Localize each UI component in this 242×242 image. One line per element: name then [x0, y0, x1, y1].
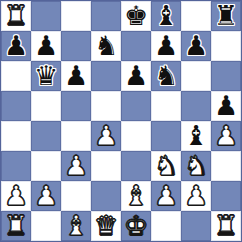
black-knight[interactable]: ♞ — [94, 31, 118, 61]
square-a4[interactable] — [1, 121, 31, 151]
square-g2[interactable]: ♟ — [181, 181, 211, 211]
black-pawn[interactable]: ♟ — [124, 61, 148, 91]
square-h1[interactable]: ♜ — [211, 211, 241, 241]
square-f2[interactable]: ♟ — [151, 181, 181, 211]
square-c5[interactable] — [61, 91, 91, 121]
square-e5[interactable] — [121, 91, 151, 121]
black-pawn[interactable]: ♟ — [214, 91, 238, 121]
square-f5[interactable] — [151, 91, 181, 121]
square-d8[interactable] — [91, 1, 121, 31]
black-rook[interactable]: ♜ — [214, 1, 238, 31]
square-d6[interactable] — [91, 61, 121, 91]
black-pawn[interactable]: ♟ — [64, 61, 88, 91]
white-knight[interactable]: ♞ — [184, 151, 208, 181]
white-bishop[interactable]: ♝ — [124, 181, 148, 211]
square-a5[interactable] — [1, 91, 31, 121]
white-rook[interactable]: ♜ — [214, 211, 238, 241]
white-pawn[interactable]: ♟ — [94, 121, 118, 151]
white-rook[interactable]: ♜ — [4, 211, 28, 241]
square-e2[interactable]: ♝ — [121, 181, 151, 211]
square-b7[interactable]: ♟ — [31, 31, 61, 61]
black-bishop[interactable]: ♝ — [154, 1, 178, 31]
square-g5[interactable] — [181, 91, 211, 121]
square-c2[interactable] — [61, 181, 91, 211]
square-h4[interactable]: ♟ — [211, 121, 241, 151]
square-e3[interactable] — [121, 151, 151, 181]
square-c6[interactable]: ♟ — [61, 61, 91, 91]
square-a6[interactable] — [1, 61, 31, 91]
square-a2[interactable]: ♟ — [1, 181, 31, 211]
square-b3[interactable] — [31, 151, 61, 181]
black-pawn[interactable]: ♟ — [4, 31, 28, 61]
square-g6[interactable] — [181, 61, 211, 91]
square-e7[interactable] — [121, 31, 151, 61]
square-h7[interactable] — [211, 31, 241, 61]
black-pawn[interactable]: ♟ — [34, 31, 58, 61]
square-f7[interactable]: ♟ — [151, 31, 181, 61]
square-a1[interactable]: ♜ — [1, 211, 31, 241]
square-c4[interactable] — [61, 121, 91, 151]
square-b4[interactable] — [31, 121, 61, 151]
square-h8[interactable]: ♜ — [211, 1, 241, 31]
black-pawn[interactable]: ♟ — [154, 31, 178, 61]
square-f3[interactable]: ♞ — [151, 151, 181, 181]
square-a7[interactable]: ♟ — [1, 31, 31, 61]
square-d7[interactable]: ♞ — [91, 31, 121, 61]
square-g3[interactable]: ♞ — [181, 151, 211, 181]
square-e6[interactable]: ♟ — [121, 61, 151, 91]
white-pawn[interactable]: ♟ — [184, 181, 208, 211]
square-d3[interactable] — [91, 151, 121, 181]
square-f1[interactable] — [151, 211, 181, 241]
chess-board: ♜♚♝♜♟♟♞♟♟♛♟♟♞♟♟♝♟♟♞♞♟♟♝♟♟♜♝♛♚♜ — [0, 0, 242, 242]
square-d1[interactable]: ♛ — [91, 211, 121, 241]
square-d2[interactable] — [91, 181, 121, 211]
black-king[interactable]: ♚ — [124, 1, 148, 31]
white-knight[interactable]: ♞ — [154, 151, 178, 181]
square-a3[interactable] — [1, 151, 31, 181]
black-pawn[interactable]: ♟ — [184, 31, 208, 61]
square-f6[interactable]: ♞ — [151, 61, 181, 91]
square-h3[interactable] — [211, 151, 241, 181]
white-pawn[interactable]: ♟ — [34, 181, 58, 211]
square-c8[interactable] — [61, 1, 91, 31]
black-knight[interactable]: ♞ — [154, 61, 178, 91]
black-queen[interactable]: ♛ — [34, 61, 58, 91]
square-c3[interactable]: ♟ — [61, 151, 91, 181]
square-h6[interactable] — [211, 61, 241, 91]
square-g1[interactable] — [181, 211, 211, 241]
square-g4[interactable]: ♝ — [181, 121, 211, 151]
white-pawn[interactable]: ♟ — [154, 181, 178, 211]
white-queen[interactable]: ♛ — [94, 211, 118, 241]
square-f4[interactable] — [151, 121, 181, 151]
square-c1[interactable]: ♝ — [61, 211, 91, 241]
square-g8[interactable] — [181, 1, 211, 31]
square-c7[interactable] — [61, 31, 91, 61]
square-e8[interactable]: ♚ — [121, 1, 151, 31]
white-pawn[interactable]: ♟ — [4, 181, 28, 211]
square-b5[interactable] — [31, 91, 61, 121]
white-pawn[interactable]: ♟ — [64, 151, 88, 181]
square-b2[interactable]: ♟ — [31, 181, 61, 211]
black-bishop[interactable]: ♝ — [184, 121, 208, 151]
white-rook[interactable]: ♜ — [4, 1, 28, 31]
square-b8[interactable] — [31, 1, 61, 31]
square-a8[interactable]: ♜ — [1, 1, 31, 31]
white-bishop[interactable]: ♝ — [64, 211, 88, 241]
square-b1[interactable] — [31, 211, 61, 241]
square-f8[interactable]: ♝ — [151, 1, 181, 31]
square-d4[interactable]: ♟ — [91, 121, 121, 151]
square-h2[interactable] — [211, 181, 241, 211]
square-h5[interactable]: ♟ — [211, 91, 241, 121]
square-d5[interactable] — [91, 91, 121, 121]
white-king[interactable]: ♚ — [124, 211, 148, 241]
square-g7[interactable]: ♟ — [181, 31, 211, 61]
white-pawn[interactable]: ♟ — [214, 121, 238, 151]
square-e4[interactable] — [121, 121, 151, 151]
square-e1[interactable]: ♚ — [121, 211, 151, 241]
square-b6[interactable]: ♛ — [31, 61, 61, 91]
